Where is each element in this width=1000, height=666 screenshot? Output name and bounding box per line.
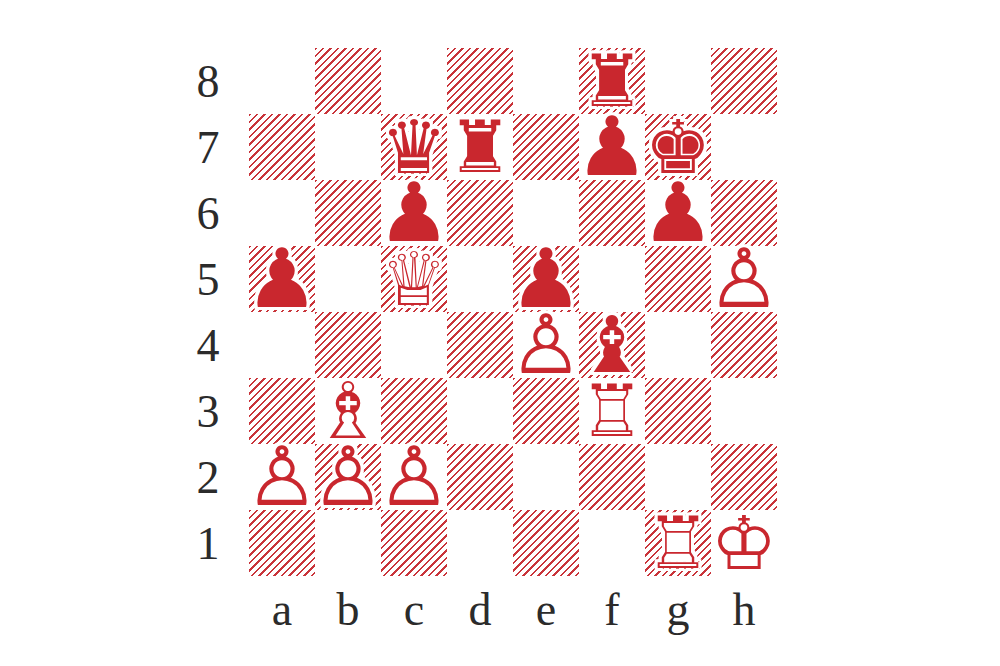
piece-halo: ♟ bbox=[513, 312, 579, 378]
square-e3 bbox=[513, 378, 579, 444]
square-g8 bbox=[645, 48, 711, 114]
square-b8 bbox=[315, 48, 381, 114]
piece-halo: ♚ bbox=[645, 114, 711, 180]
piece-black-P-a5: ♟♟ bbox=[249, 246, 315, 312]
piece-black-P-c6: ♟♟ bbox=[381, 180, 447, 246]
file-label-f: f bbox=[579, 580, 645, 638]
file-label-g: g bbox=[645, 580, 711, 638]
square-f6 bbox=[579, 180, 645, 246]
piece-black-P-e5: ♟♟ bbox=[513, 246, 579, 312]
square-d7: ♜♜ bbox=[447, 114, 513, 180]
square-b6 bbox=[315, 180, 381, 246]
piece-glyph: ♟ bbox=[645, 180, 711, 246]
piece-black-K-g7: ♚♚ bbox=[645, 114, 711, 180]
square-h2 bbox=[711, 444, 777, 510]
file-label-c: c bbox=[381, 580, 447, 638]
square-e7 bbox=[513, 114, 579, 180]
square-e6 bbox=[513, 180, 579, 246]
square-d3 bbox=[447, 378, 513, 444]
square-b3: ♝♗ bbox=[315, 378, 381, 444]
piece-white-P-b2: ♟♙ bbox=[315, 444, 381, 510]
piece-halo: ♜ bbox=[645, 510, 711, 576]
piece-halo: ♝ bbox=[579, 312, 645, 378]
square-d4 bbox=[447, 312, 513, 378]
rank-label-6: 6 bbox=[183, 180, 233, 246]
square-g1: ♜♖ bbox=[645, 510, 711, 576]
square-e2 bbox=[513, 444, 579, 510]
rank-labels: 87654321 bbox=[183, 48, 233, 576]
square-h8 bbox=[711, 48, 777, 114]
piece-glyph: ♖ bbox=[579, 378, 645, 444]
rank-label-8: 8 bbox=[183, 48, 233, 114]
piece-halo: ♝ bbox=[315, 378, 381, 444]
piece-halo: ♟ bbox=[381, 444, 447, 510]
file-label-e: e bbox=[513, 580, 579, 638]
square-c7: ♛♛ bbox=[381, 114, 447, 180]
piece-halo: ♟ bbox=[711, 246, 777, 312]
square-f8: ♜♜ bbox=[579, 48, 645, 114]
piece-glyph: ♟ bbox=[249, 246, 315, 312]
piece-glyph: ♙ bbox=[381, 444, 447, 510]
piece-black-B-f4: ♝♝ bbox=[579, 312, 645, 378]
square-a4 bbox=[249, 312, 315, 378]
piece-glyph: ♙ bbox=[513, 312, 579, 378]
square-c5: ♛♕ bbox=[381, 246, 447, 312]
square-g3 bbox=[645, 378, 711, 444]
square-h4 bbox=[711, 312, 777, 378]
piece-glyph: ♙ bbox=[249, 444, 315, 510]
piece-white-B-b3: ♝♗ bbox=[315, 378, 381, 444]
square-g5 bbox=[645, 246, 711, 312]
square-e8 bbox=[513, 48, 579, 114]
square-b5 bbox=[315, 246, 381, 312]
square-e1 bbox=[513, 510, 579, 576]
piece-halo: ♟ bbox=[249, 246, 315, 312]
square-b4 bbox=[315, 312, 381, 378]
square-h5: ♟♙ bbox=[711, 246, 777, 312]
square-h1: ♚♔ bbox=[711, 510, 777, 576]
piece-glyph: ♜ bbox=[447, 114, 513, 180]
square-a3 bbox=[249, 378, 315, 444]
square-g6: ♟♟ bbox=[645, 180, 711, 246]
file-label-h: h bbox=[711, 580, 777, 638]
piece-black-Q-c7: ♛♛ bbox=[381, 114, 447, 180]
piece-glyph: ♙ bbox=[315, 444, 381, 510]
piece-glyph: ♔ bbox=[711, 510, 777, 576]
piece-white-Q-c5: ♛♕ bbox=[381, 246, 447, 312]
piece-glyph: ♗ bbox=[315, 378, 381, 444]
piece-glyph: ♜ bbox=[579, 48, 645, 114]
square-e4: ♟♙ bbox=[513, 312, 579, 378]
square-h3 bbox=[711, 378, 777, 444]
square-a6 bbox=[249, 180, 315, 246]
square-a5: ♟♟ bbox=[249, 246, 315, 312]
square-g4 bbox=[645, 312, 711, 378]
square-a2: ♟♙ bbox=[249, 444, 315, 510]
piece-black-R-f8: ♜♜ bbox=[579, 48, 645, 114]
piece-halo: ♛ bbox=[381, 246, 447, 312]
piece-glyph: ♛ bbox=[381, 114, 447, 180]
square-c2: ♟♙ bbox=[381, 444, 447, 510]
square-c1 bbox=[381, 510, 447, 576]
piece-glyph: ♚ bbox=[645, 114, 711, 180]
piece-white-K-h1: ♚♔ bbox=[711, 510, 777, 576]
square-d6 bbox=[447, 180, 513, 246]
piece-white-P-e4: ♟♙ bbox=[513, 312, 579, 378]
square-f4: ♝♝ bbox=[579, 312, 645, 378]
square-h7 bbox=[711, 114, 777, 180]
file-labels: abcdefgh bbox=[249, 580, 777, 638]
square-b7 bbox=[315, 114, 381, 180]
piece-black-R-d7: ♜♜ bbox=[447, 114, 513, 180]
piece-halo: ♟ bbox=[645, 180, 711, 246]
rank-label-4: 4 bbox=[183, 312, 233, 378]
piece-white-R-g1: ♜♖ bbox=[645, 510, 711, 576]
piece-halo: ♜ bbox=[447, 114, 513, 180]
square-b1 bbox=[315, 510, 381, 576]
piece-white-P-c2: ♟♙ bbox=[381, 444, 447, 510]
square-d8 bbox=[447, 48, 513, 114]
piece-halo: ♜ bbox=[579, 48, 645, 114]
piece-glyph: ♟ bbox=[513, 246, 579, 312]
piece-glyph: ♟ bbox=[381, 180, 447, 246]
square-e5: ♟♟ bbox=[513, 246, 579, 312]
piece-black-P-g6: ♟♟ bbox=[645, 180, 711, 246]
file-label-a: a bbox=[249, 580, 315, 638]
piece-glyph: ♕ bbox=[381, 246, 447, 312]
square-c6: ♟♟ bbox=[381, 180, 447, 246]
piece-glyph: ♝ bbox=[579, 312, 645, 378]
square-d1 bbox=[447, 510, 513, 576]
rank-label-7: 7 bbox=[183, 114, 233, 180]
piece-white-P-a2: ♟♙ bbox=[249, 444, 315, 510]
piece-halo: ♟ bbox=[513, 246, 579, 312]
rank-label-5: 5 bbox=[183, 246, 233, 312]
square-a1 bbox=[249, 510, 315, 576]
rank-label-1: 1 bbox=[183, 510, 233, 576]
square-f1 bbox=[579, 510, 645, 576]
square-c4 bbox=[381, 312, 447, 378]
piece-glyph: ♟ bbox=[579, 114, 645, 180]
square-f7: ♟♟ bbox=[579, 114, 645, 180]
piece-glyph: ♖ bbox=[645, 510, 711, 576]
square-g7: ♚♚ bbox=[645, 114, 711, 180]
file-label-d: d bbox=[447, 580, 513, 638]
square-f3: ♜♖ bbox=[579, 378, 645, 444]
square-d2 bbox=[447, 444, 513, 510]
square-c3 bbox=[381, 378, 447, 444]
piece-white-R-f3: ♜♖ bbox=[579, 378, 645, 444]
chess-board: ♜♜♛♛♜♜♟♟♚♚♟♟♟♟♟♟♛♕♟♟♟♙♟♙♝♝♝♗♜♖♟♙♟♙♟♙♜♖♚♔ bbox=[249, 48, 777, 576]
file-label-b: b bbox=[315, 580, 381, 638]
piece-halo: ♟ bbox=[381, 180, 447, 246]
rank-label-2: 2 bbox=[183, 444, 233, 510]
piece-halo: ♜ bbox=[579, 378, 645, 444]
piece-halo: ♟ bbox=[249, 444, 315, 510]
piece-halo: ♟ bbox=[315, 444, 381, 510]
square-a8 bbox=[249, 48, 315, 114]
square-c8 bbox=[381, 48, 447, 114]
square-a7 bbox=[249, 114, 315, 180]
square-f5 bbox=[579, 246, 645, 312]
rank-label-3: 3 bbox=[183, 378, 233, 444]
square-h6 bbox=[711, 180, 777, 246]
piece-halo: ♚ bbox=[711, 510, 777, 576]
square-f2 bbox=[579, 444, 645, 510]
piece-halo: ♟ bbox=[579, 114, 645, 180]
square-d5 bbox=[447, 246, 513, 312]
chess-diagram: 87654321 ♜♜♛♛♜♜♟♟♚♚♟♟♟♟♟♟♛♕♟♟♟♙♟♙♝♝♝♗♜♖♟… bbox=[0, 0, 1000, 666]
piece-black-P-f7: ♟♟ bbox=[579, 114, 645, 180]
square-g2 bbox=[645, 444, 711, 510]
piece-glyph: ♙ bbox=[711, 246, 777, 312]
piece-halo: ♛ bbox=[381, 114, 447, 180]
piece-white-P-h5: ♟♙ bbox=[711, 246, 777, 312]
square-b2: ♟♙ bbox=[315, 444, 381, 510]
